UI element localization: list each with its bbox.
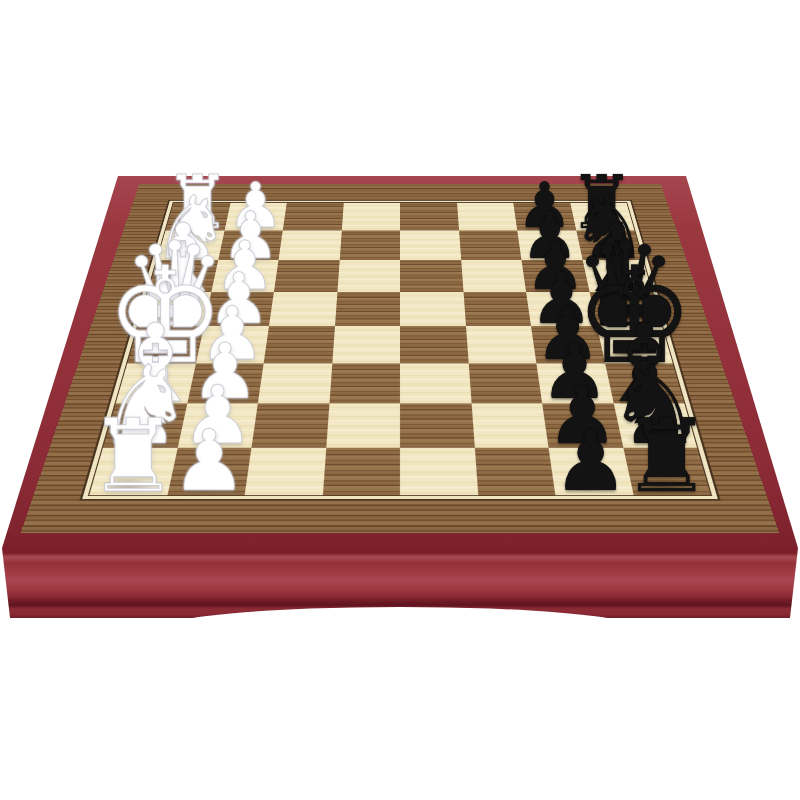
square-d3[interactable] <box>269 292 337 326</box>
square-b3[interactable] <box>279 230 342 260</box>
square-e8[interactable] <box>597 326 673 363</box>
square-c2[interactable] <box>211 260 279 292</box>
square-f5[interactable] <box>400 363 471 403</box>
square-a8[interactable] <box>570 203 635 231</box>
square-h8[interactable] <box>623 447 711 495</box>
square-b7[interactable] <box>517 230 582 260</box>
square-g8[interactable] <box>613 403 697 447</box>
square-c5[interactable] <box>400 260 463 292</box>
square-a7[interactable] <box>513 203 576 231</box>
square-c8[interactable] <box>582 260 652 292</box>
square-a1[interactable] <box>166 203 231 231</box>
square-h2[interactable] <box>167 447 252 495</box>
square-d7[interactable] <box>526 292 596 326</box>
square-d5[interactable] <box>400 292 466 326</box>
square-d4[interactable] <box>335 292 401 326</box>
square-b1[interactable] <box>157 230 224 260</box>
square-h4[interactable] <box>322 447 400 495</box>
square-h5[interactable] <box>400 447 478 495</box>
board-top <box>21 184 779 533</box>
square-b8[interactable] <box>576 230 643 260</box>
square-d2[interactable] <box>204 292 274 326</box>
square-b4[interactable] <box>339 230 400 260</box>
square-h7[interactable] <box>548 447 633 495</box>
base-arch-cutout <box>165 607 635 649</box>
chessboard <box>89 203 711 496</box>
square-c6[interactable] <box>461 260 526 292</box>
square-f7[interactable] <box>536 363 613 403</box>
square-b5[interactable] <box>400 230 461 260</box>
square-c3[interactable] <box>274 260 339 292</box>
square-f4[interactable] <box>329 363 400 403</box>
square-c7[interactable] <box>521 260 589 292</box>
square-h3[interactable] <box>245 447 326 495</box>
square-g3[interactable] <box>252 403 329 447</box>
square-d6[interactable] <box>463 292 531 326</box>
square-a4[interactable] <box>341 203 400 231</box>
square-h1[interactable] <box>89 447 177 495</box>
square-g6[interactable] <box>471 403 548 447</box>
square-b2[interactable] <box>218 230 283 260</box>
square-a5[interactable] <box>400 203 459 231</box>
square-g1[interactable] <box>103 403 187 447</box>
square-g2[interactable] <box>177 403 258 447</box>
square-g5[interactable] <box>400 403 474 447</box>
square-g7[interactable] <box>542 403 623 447</box>
square-f1[interactable] <box>116 363 196 403</box>
square-d8[interactable] <box>589 292 662 326</box>
square-e6[interactable] <box>466 326 537 363</box>
square-f8[interactable] <box>605 363 685 403</box>
square-c1[interactable] <box>148 260 218 292</box>
square-e1[interactable] <box>127 326 203 363</box>
square-e4[interactable] <box>332 326 400 363</box>
square-f3[interactable] <box>258 363 332 403</box>
square-e2[interactable] <box>195 326 269 363</box>
maple-inlay-border <box>82 201 718 499</box>
chess-set-photo: ♜♟♟♜♞♟♟♞♝♟♟♝♛♟♟♛♚♟♟♚♝♟♟♝♞♟♟♞♜♟♟♜ <box>0 0 800 800</box>
square-b6[interactable] <box>459 230 522 260</box>
square-a2[interactable] <box>224 203 287 231</box>
square-a6[interactable] <box>457 203 518 231</box>
square-a3[interactable] <box>283 203 344 231</box>
square-f2[interactable] <box>187 363 264 403</box>
square-e5[interactable] <box>400 326 468 363</box>
square-e7[interactable] <box>531 326 605 363</box>
square-d1[interactable] <box>138 292 211 326</box>
square-e3[interactable] <box>264 326 335 363</box>
square-c4[interactable] <box>337 260 400 292</box>
square-f6[interactable] <box>468 363 542 403</box>
square-h6[interactable] <box>474 447 555 495</box>
square-g4[interactable] <box>326 403 400 447</box>
